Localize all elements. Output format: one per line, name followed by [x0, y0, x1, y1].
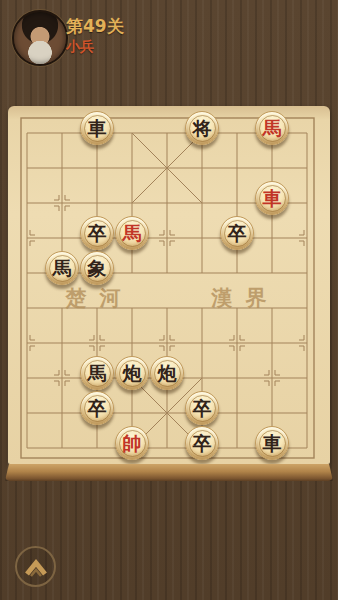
piece-glyph: 馬	[263, 119, 282, 138]
piece-glyph: 象	[88, 259, 107, 278]
piece-glyph: 卒	[228, 224, 247, 243]
expand-button[interactable]	[15, 546, 56, 587]
piece-black-chariot-a[interactable]: 車	[80, 111, 114, 145]
piece-black-chariot-b[interactable]: 車	[255, 426, 289, 460]
piece-glyph: 馬	[88, 364, 107, 383]
piece-black-general[interactable]: 将	[185, 111, 219, 145]
game-screen: 第49关 小兵	[0, 0, 338, 600]
piece-black-soldier-e[interactable]: 卒	[185, 426, 219, 460]
xiangqi-board: 楚河 漢界 車将馬車卒馬卒馬象馬炮炮卒卒帥卒車	[8, 106, 330, 464]
piece-glyph: 馬	[123, 224, 142, 243]
piece-black-horse-b[interactable]: 馬	[80, 356, 114, 390]
pieces-grid: 車将馬車卒馬卒馬象馬炮炮卒卒帥卒車	[10, 116, 325, 466]
piece-glyph: 帥	[123, 434, 142, 453]
piece-glyph: 卒	[193, 434, 212, 453]
piece-black-cannon-b[interactable]: 炮	[150, 356, 184, 390]
piece-black-soldier-b[interactable]: 卒	[220, 216, 254, 250]
chevron-up-icon	[23, 556, 49, 578]
level-title: 第49关	[66, 15, 124, 38]
piece-black-elephant[interactable]: 象	[80, 251, 114, 285]
piece-red-horse-a[interactable]: 馬	[255, 111, 289, 145]
piece-glyph: 車	[263, 189, 282, 208]
piece-glyph: 車	[263, 434, 282, 453]
piece-black-horse-a[interactable]: 馬	[45, 251, 79, 285]
piece-red-general[interactable]: 帥	[115, 426, 149, 460]
piece-red-horse-b[interactable]: 馬	[115, 216, 149, 250]
piece-glyph: 馬	[53, 259, 72, 278]
piece-black-soldier-d[interactable]: 卒	[185, 391, 219, 425]
piece-black-soldier-a[interactable]: 卒	[80, 216, 114, 250]
piece-glyph: 炮	[158, 364, 177, 383]
piece-black-cannon-a[interactable]: 炮	[115, 356, 149, 390]
player-avatar[interactable]	[12, 10, 68, 66]
piece-glyph: 車	[88, 119, 107, 138]
piece-glyph: 将	[193, 119, 212, 138]
piece-glyph: 卒	[88, 224, 107, 243]
piece-glyph: 卒	[193, 399, 212, 418]
piece-black-soldier-c[interactable]: 卒	[80, 391, 114, 425]
level-subtitle: 小兵	[66, 38, 94, 56]
piece-glyph: 卒	[88, 399, 107, 418]
piece-glyph: 炮	[123, 364, 142, 383]
board-bottom-edge	[5, 464, 333, 481]
level-header: 第49关 小兵	[0, 0, 338, 72]
piece-red-chariot[interactable]: 車	[255, 181, 289, 215]
